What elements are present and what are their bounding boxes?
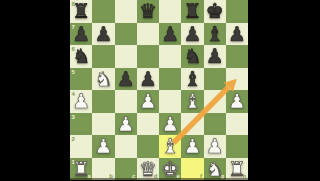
square-c1[interactable]: c bbox=[115, 158, 137, 181]
square-c8[interactable] bbox=[115, 0, 137, 23]
white-pawn-icon: ♟ bbox=[206, 135, 224, 157]
white-pawn-icon: ♟ bbox=[117, 113, 135, 135]
square-c4[interactable] bbox=[115, 90, 137, 113]
square-g3[interactable] bbox=[204, 113, 226, 136]
square-e7[interactable]: ♟ bbox=[159, 23, 181, 46]
square-d3[interactable] bbox=[137, 113, 159, 136]
square-e4[interactable] bbox=[159, 90, 181, 113]
white-king-icon: ♚ bbox=[161, 158, 179, 180]
black-rook-icon: ♜ bbox=[72, 0, 90, 22]
rank-label-1: 1 bbox=[72, 159, 75, 165]
black-pawn-icon: ♟ bbox=[139, 68, 157, 90]
square-e1[interactable]: e♚ bbox=[159, 158, 181, 181]
square-d1[interactable]: d♛ bbox=[137, 158, 159, 181]
square-f8[interactable]: ♜ bbox=[181, 0, 203, 23]
square-g6[interactable]: ♟ bbox=[204, 45, 226, 68]
rank-label-3: 3 bbox=[72, 114, 75, 120]
black-bishop-icon: ♝ bbox=[183, 68, 201, 90]
square-c2[interactable] bbox=[115, 135, 137, 158]
white-pawn-icon: ♟ bbox=[139, 90, 157, 112]
square-h5[interactable] bbox=[226, 68, 248, 91]
square-a6[interactable]: 6♞ bbox=[70, 45, 92, 68]
square-h3[interactable] bbox=[226, 113, 248, 136]
square-d2[interactable] bbox=[137, 135, 159, 158]
white-knight-icon: ♞ bbox=[94, 68, 112, 90]
square-f5[interactable]: ♝ bbox=[181, 68, 203, 91]
square-e3[interactable]: ♟ bbox=[159, 113, 181, 136]
white-queen-icon: ♛ bbox=[139, 158, 157, 180]
square-g5[interactable] bbox=[204, 68, 226, 91]
square-g4[interactable] bbox=[204, 90, 226, 113]
square-e5[interactable] bbox=[159, 68, 181, 91]
square-c3[interactable]: ♟ bbox=[115, 113, 137, 136]
black-pawn-icon: ♟ bbox=[72, 23, 90, 45]
black-queen-icon: ♛ bbox=[139, 0, 157, 22]
white-pawn-icon: ♟ bbox=[183, 135, 201, 157]
video-frame: 8♜♛♜♚7♟♟♟♟♝♟6♞♞♟5♞♟♟♝4♟♟♝♟3♟♟2♟♝♟♟1a♜bcd… bbox=[0, 0, 320, 180]
square-a3[interactable]: 3 bbox=[70, 113, 92, 136]
white-pawn-icon: ♟ bbox=[94, 135, 112, 157]
square-h4[interactable]: ♟ bbox=[226, 90, 248, 113]
square-a5[interactable]: 5 bbox=[70, 68, 92, 91]
white-bishop-icon: ♝ bbox=[183, 90, 201, 112]
rank-label-7: 7 bbox=[72, 24, 75, 30]
white-rook-icon: ♜ bbox=[72, 158, 90, 180]
black-knight-icon: ♞ bbox=[72, 45, 90, 67]
square-b1[interactable]: b bbox=[92, 158, 114, 181]
square-g8[interactable]: ♚ bbox=[204, 0, 226, 23]
letterbox-left bbox=[0, 0, 70, 180]
square-c5[interactable]: ♟ bbox=[115, 68, 137, 91]
square-d4[interactable]: ♟ bbox=[137, 90, 159, 113]
black-pawn-icon: ♟ bbox=[117, 68, 135, 90]
black-king-icon: ♚ bbox=[206, 0, 224, 22]
square-f1[interactable]: f bbox=[181, 158, 203, 181]
square-b2[interactable]: ♟ bbox=[92, 135, 114, 158]
black-pawn-icon: ♟ bbox=[161, 23, 179, 45]
square-a7[interactable]: 7♟ bbox=[70, 23, 92, 46]
square-d5[interactable]: ♟ bbox=[137, 68, 159, 91]
square-f6[interactable]: ♞ bbox=[181, 45, 203, 68]
black-pawn-icon: ♟ bbox=[183, 23, 201, 45]
square-c6[interactable] bbox=[115, 45, 137, 68]
square-f3[interactable] bbox=[181, 113, 203, 136]
square-b7[interactable]: ♟ bbox=[92, 23, 114, 46]
square-g2[interactable]: ♟ bbox=[204, 135, 226, 158]
square-h1[interactable]: h♜ bbox=[226, 158, 248, 181]
rank-label-5: 5 bbox=[72, 69, 75, 75]
black-pawn-icon: ♟ bbox=[228, 23, 246, 45]
square-b3[interactable] bbox=[92, 113, 114, 136]
rank-label-4: 4 bbox=[72, 91, 75, 97]
square-g7[interactable]: ♝ bbox=[204, 23, 226, 46]
square-b8[interactable] bbox=[92, 0, 114, 23]
white-pawn-icon: ♟ bbox=[72, 90, 90, 112]
rank-label-8: 8 bbox=[72, 1, 75, 7]
square-d7[interactable] bbox=[137, 23, 159, 46]
square-h7[interactable]: ♟ bbox=[226, 23, 248, 46]
square-c7[interactable] bbox=[115, 23, 137, 46]
square-b6[interactable] bbox=[92, 45, 114, 68]
square-a4[interactable]: 4♟ bbox=[70, 90, 92, 113]
square-f7[interactable]: ♟ bbox=[181, 23, 203, 46]
square-b4[interactable] bbox=[92, 90, 114, 113]
square-h8[interactable] bbox=[226, 0, 248, 23]
rank-label-6: 6 bbox=[72, 46, 75, 52]
square-b5[interactable]: ♞ bbox=[92, 68, 114, 91]
square-h6[interactable] bbox=[226, 45, 248, 68]
black-knight-icon: ♞ bbox=[183, 45, 201, 67]
white-pawn-icon: ♟ bbox=[161, 113, 179, 135]
square-f4[interactable]: ♝ bbox=[181, 90, 203, 113]
chess-board: 8♜♛♜♚7♟♟♟♟♝♟6♞♞♟5♞♟♟♝4♟♟♝♟3♟♟2♟♝♟♟1a♜bcd… bbox=[70, 0, 248, 180]
square-d8[interactable]: ♛ bbox=[137, 0, 159, 23]
square-a2[interactable]: 2 bbox=[70, 135, 92, 158]
square-d6[interactable] bbox=[137, 45, 159, 68]
board-bottom-edge bbox=[70, 178, 248, 180]
black-pawn-icon: ♟ bbox=[206, 45, 224, 67]
white-pawn-icon: ♟ bbox=[228, 90, 246, 112]
white-bishop-icon: ♝ bbox=[161, 135, 179, 157]
square-e8[interactable] bbox=[159, 0, 181, 23]
white-knight-icon: ♞ bbox=[206, 158, 224, 180]
square-a8[interactable]: 8♜ bbox=[70, 0, 92, 23]
rank-label-2: 2 bbox=[72, 136, 75, 142]
white-rook-icon: ♜ bbox=[228, 158, 246, 180]
letterbox-right bbox=[248, 0, 320, 180]
black-pawn-icon: ♟ bbox=[94, 23, 112, 45]
black-bishop-icon: ♝ bbox=[206, 23, 224, 45]
square-h2[interactable] bbox=[226, 135, 248, 158]
square-e2[interactable]: ♝ bbox=[159, 135, 181, 158]
square-g1[interactable]: g♞ bbox=[204, 158, 226, 181]
square-f2[interactable]: ♟ bbox=[181, 135, 203, 158]
square-a1[interactable]: 1a♜ bbox=[70, 158, 92, 181]
square-e6[interactable] bbox=[159, 45, 181, 68]
black-rook-icon: ♜ bbox=[183, 0, 201, 22]
